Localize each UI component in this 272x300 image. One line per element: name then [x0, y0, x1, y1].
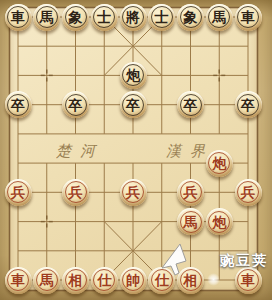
- piece-glyph: 卒: [126, 97, 140, 111]
- piece-red-soldier[interactable]: 兵: [235, 179, 262, 206]
- watermark-text: 豌豆荚: [220, 252, 268, 270]
- piece-red-soldier[interactable]: 兵: [177, 179, 204, 206]
- piece-glyph: 車: [11, 10, 25, 24]
- move-origin-dot: [207, 273, 220, 286]
- piece-black-horse[interactable]: 馬: [33, 4, 60, 31]
- piece-glyph: 車: [241, 10, 255, 24]
- piece-glyph: 炮: [212, 156, 226, 170]
- piece-red-soldier[interactable]: 兵: [120, 179, 147, 206]
- piece-glyph: 車: [11, 273, 25, 287]
- piece-black-horse[interactable]: 馬: [206, 4, 233, 31]
- piece-glyph: 士: [97, 10, 111, 24]
- piece-red-cannon[interactable]: 炮: [206, 208, 233, 235]
- piece-black-soldier[interactable]: 卒: [62, 91, 89, 118]
- piece-glyph: 象: [69, 10, 83, 24]
- piece-glyph: 象: [184, 10, 198, 24]
- piece-glyph: 將: [126, 10, 140, 24]
- piece-red-horse[interactable]: 馬: [33, 267, 60, 294]
- piece-glyph: 卒: [241, 97, 255, 111]
- piece-black-chariot[interactable]: 車: [5, 4, 32, 31]
- piece-red-soldier[interactable]: 兵: [62, 179, 89, 206]
- piece-black-advisor[interactable]: 士: [91, 4, 118, 31]
- piece-glyph: 士: [155, 10, 169, 24]
- piece-black-soldier[interactable]: 卒: [5, 91, 32, 118]
- piece-glyph: 帥: [126, 273, 140, 287]
- piece-red-general[interactable]: 帥: [120, 267, 147, 294]
- piece-glyph: 馬: [212, 10, 226, 24]
- piece-black-general[interactable]: 將: [120, 4, 147, 31]
- piece-red-chariot[interactable]: 車: [5, 267, 32, 294]
- piece-glyph: 兵: [184, 185, 198, 199]
- river-label-left: 楚河: [56, 142, 104, 161]
- piece-glyph: 炮: [126, 68, 140, 82]
- piece-red-chariot[interactable]: 車: [235, 267, 262, 294]
- piece-black-advisor[interactable]: 士: [148, 4, 175, 31]
- piece-glyph: 仕: [97, 273, 111, 287]
- piece-glyph: 馬: [184, 214, 198, 228]
- piece-black-soldier[interactable]: 卒: [235, 91, 262, 118]
- piece-glyph: 相: [69, 273, 83, 287]
- piece-glyph: 卒: [184, 97, 198, 111]
- piece-red-cannon[interactable]: 炮: [206, 150, 233, 177]
- piece-glyph: 兵: [126, 185, 140, 199]
- piece-glyph: 卒: [11, 97, 25, 111]
- piece-glyph: 車: [241, 273, 255, 287]
- piece-red-advisor[interactable]: 仕: [91, 267, 118, 294]
- piece-glyph: 兵: [11, 185, 25, 199]
- piece-black-soldier[interactable]: 卒: [177, 91, 204, 118]
- piece-glyph: 馬: [40, 273, 54, 287]
- piece-black-soldier[interactable]: 卒: [120, 91, 147, 118]
- cursor-icon: [158, 242, 190, 276]
- piece-glyph: 炮: [212, 214, 226, 228]
- piece-black-elephant[interactable]: 象: [62, 4, 89, 31]
- piece-glyph: 卒: [69, 97, 83, 111]
- piece-black-cannon[interactable]: 炮: [120, 62, 147, 89]
- piece-red-horse[interactable]: 馬: [177, 208, 204, 235]
- piece-red-soldier[interactable]: 兵: [5, 179, 32, 206]
- piece-glyph: 馬: [40, 10, 54, 24]
- piece-glyph: 兵: [69, 185, 83, 199]
- piece-glyph: 兵: [241, 185, 255, 199]
- piece-red-elephant[interactable]: 相: [62, 267, 89, 294]
- piece-black-chariot[interactable]: 車: [235, 4, 262, 31]
- xiangqi-board[interactable]: 楚河 漢界 車馬象士將士象馬車炮卒卒卒卒卒炮兵兵兵兵兵馬炮車馬相仕帥仕相車 豌豆…: [0, 0, 272, 300]
- piece-black-elephant[interactable]: 象: [177, 4, 204, 31]
